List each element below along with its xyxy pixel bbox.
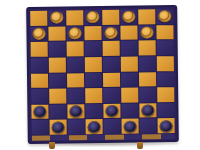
- checker-light[interactable]: [140, 26, 153, 38]
- square-d3[interactable]: [85, 88, 102, 103]
- square-d4[interactable]: [85, 73, 102, 88]
- checker-dark[interactable]: [124, 120, 137, 132]
- square-f5[interactable]: [121, 56, 138, 71]
- square-e3[interactable]: [103, 88, 120, 103]
- square-a8[interactable]: [30, 11, 47, 26]
- square-c6[interactable]: [67, 41, 84, 56]
- board-squares: [30, 9, 175, 135]
- checker-dark[interactable]: [52, 121, 65, 133]
- square-a5[interactable]: [31, 58, 48, 73]
- square-b3[interactable]: [49, 89, 66, 104]
- checker-dark[interactable]: [33, 106, 46, 118]
- square-g4[interactable]: [139, 72, 156, 87]
- square-b7[interactable]: [48, 26, 65, 41]
- board-foot-left: [49, 142, 55, 149]
- square-f6[interactable]: [121, 41, 138, 56]
- square-a7[interactable]: [30, 26, 47, 41]
- square-h7[interactable]: [156, 25, 173, 40]
- square-h3[interactable]: [157, 87, 174, 102]
- board-foot-right: [137, 142, 143, 149]
- checker-dark[interactable]: [88, 121, 101, 133]
- square-h2[interactable]: [157, 103, 174, 118]
- square-h6[interactable]: [157, 40, 174, 55]
- square-h1[interactable]: [158, 118, 175, 133]
- square-f7[interactable]: [120, 25, 137, 40]
- square-a3[interactable]: [31, 89, 48, 104]
- checker-light[interactable]: [68, 27, 81, 39]
- checker-light[interactable]: [32, 28, 45, 40]
- square-e6[interactable]: [103, 41, 120, 56]
- square-f3[interactable]: [121, 88, 138, 103]
- square-g6[interactable]: [139, 41, 156, 56]
- square-e5[interactable]: [103, 57, 120, 72]
- square-b6[interactable]: [49, 42, 66, 57]
- box-edge-strip: [32, 134, 175, 141]
- square-g3[interactable]: [139, 87, 156, 102]
- square-a4[interactable]: [31, 73, 48, 88]
- square-a6[interactable]: [31, 42, 48, 57]
- square-g8[interactable]: [138, 9, 155, 24]
- square-d2[interactable]: [85, 104, 102, 119]
- checker-dark[interactable]: [160, 120, 173, 132]
- square-b1[interactable]: [50, 120, 67, 135]
- square-c3[interactable]: [67, 88, 84, 103]
- square-h8[interactable]: [156, 9, 173, 24]
- square-d8[interactable]: [84, 10, 101, 25]
- square-b8[interactable]: [48, 10, 65, 25]
- square-f1[interactable]: [122, 119, 139, 134]
- square-c5[interactable]: [67, 57, 84, 72]
- square-g5[interactable]: [139, 56, 156, 71]
- square-c1[interactable]: [68, 120, 85, 135]
- square-d1[interactable]: [86, 119, 103, 134]
- square-g2[interactable]: [139, 103, 156, 118]
- square-c4[interactable]: [67, 73, 84, 88]
- checker-light[interactable]: [122, 11, 135, 23]
- square-d6[interactable]: [85, 41, 102, 56]
- square-g1[interactable]: [140, 119, 157, 134]
- square-f2[interactable]: [121, 103, 138, 118]
- square-f4[interactable]: [121, 72, 138, 87]
- checker-light[interactable]: [158, 10, 171, 22]
- square-b2[interactable]: [49, 104, 66, 119]
- square-c7[interactable]: [66, 26, 83, 41]
- checkers-board: [26, 5, 179, 144]
- square-e4[interactable]: [103, 72, 120, 87]
- square-c2[interactable]: [67, 104, 84, 119]
- square-b4[interactable]: [49, 73, 66, 88]
- checker-light[interactable]: [86, 11, 99, 23]
- square-h5[interactable]: [157, 56, 174, 71]
- square-e1[interactable]: [104, 119, 121, 134]
- square-d5[interactable]: [85, 57, 102, 72]
- square-d7[interactable]: [84, 26, 101, 41]
- square-g7[interactable]: [138, 25, 155, 40]
- square-f8[interactable]: [120, 10, 137, 25]
- square-e8[interactable]: [102, 10, 119, 25]
- checker-light[interactable]: [104, 27, 117, 39]
- square-b5[interactable]: [49, 57, 66, 72]
- checker-dark[interactable]: [69, 105, 82, 117]
- checker-dark[interactable]: [105, 105, 118, 117]
- photo-canvas: [0, 0, 200, 150]
- square-a1[interactable]: [32, 120, 49, 135]
- square-e7[interactable]: [102, 25, 119, 40]
- checker-dark[interactable]: [141, 104, 154, 116]
- square-h4[interactable]: [157, 72, 174, 87]
- square-a2[interactable]: [31, 104, 48, 119]
- square-c8[interactable]: [66, 10, 83, 25]
- square-e2[interactable]: [103, 104, 120, 119]
- checker-light[interactable]: [50, 12, 63, 24]
